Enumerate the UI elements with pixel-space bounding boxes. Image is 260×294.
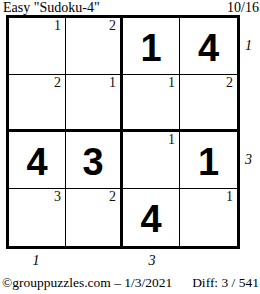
cell-value: 3 [82, 140, 103, 181]
cell-value: 1 [140, 26, 161, 67]
puzzle-title: Easy "Sudoku-4" [3, 0, 100, 15]
cell-r2c2[interactable]: 1 [66, 75, 123, 132]
cell-r1c4[interactable]: 4 [180, 18, 237, 75]
pencil-mark: 1 [168, 75, 175, 90]
cell-r3c3[interactable]: 1 [123, 132, 180, 189]
row-label-3: 3 [245, 153, 252, 167]
cell-r1c3[interactable]: 1 [123, 18, 180, 75]
cell-value: 4 [198, 26, 219, 67]
cell-r3c2[interactable]: 3 [66, 132, 123, 189]
sudoku-page: Easy "Sudoku-4" 10/16 1214211243113241 1… [0, 0, 260, 294]
cell-r2c4[interactable]: 2 [180, 75, 237, 132]
copyright-text: ©grouppuzzles.com – 1/3/2021 [2, 275, 172, 291]
pencil-mark: 1 [109, 75, 116, 90]
cell-r1c2[interactable]: 2 [66, 18, 123, 75]
col-label-1: 1 [26, 254, 46, 268]
cell-value: 1 [198, 140, 219, 181]
pencil-mark: 2 [109, 18, 116, 33]
pencil-mark: 1 [226, 189, 233, 204]
pencil-mark: 2 [226, 75, 233, 90]
pencil-mark: 2 [54, 75, 61, 90]
cell-r3c4[interactable]: 1 [180, 132, 237, 189]
row-label-1: 1 [245, 39, 252, 53]
sudoku-board: 1214211243113241 [6, 15, 240, 249]
pencil-mark: 1 [54, 18, 61, 33]
pencil-mark: 3 [54, 189, 61, 204]
cell-r4c3[interactable]: 4 [123, 189, 180, 246]
cell-r1c1[interactable]: 1 [9, 18, 66, 75]
cell-value: 4 [26, 140, 47, 181]
difficulty-text: Diff: 3 / 541 [192, 275, 259, 291]
pencil-mark: 2 [109, 189, 116, 204]
col-label-3: 3 [142, 254, 162, 268]
cell-r4c4[interactable]: 1 [180, 189, 237, 246]
cell-r2c1[interactable]: 2 [9, 75, 66, 132]
pencil-mark: 1 [168, 132, 175, 147]
cell-r4c2[interactable]: 2 [66, 189, 123, 246]
cell-r2c3[interactable]: 1 [123, 75, 180, 132]
cell-r4c1[interactable]: 3 [9, 189, 66, 246]
cell-r3c1[interactable]: 4 [9, 132, 66, 189]
solved-count: 10/16 [227, 0, 259, 15]
cell-value: 4 [140, 197, 161, 238]
